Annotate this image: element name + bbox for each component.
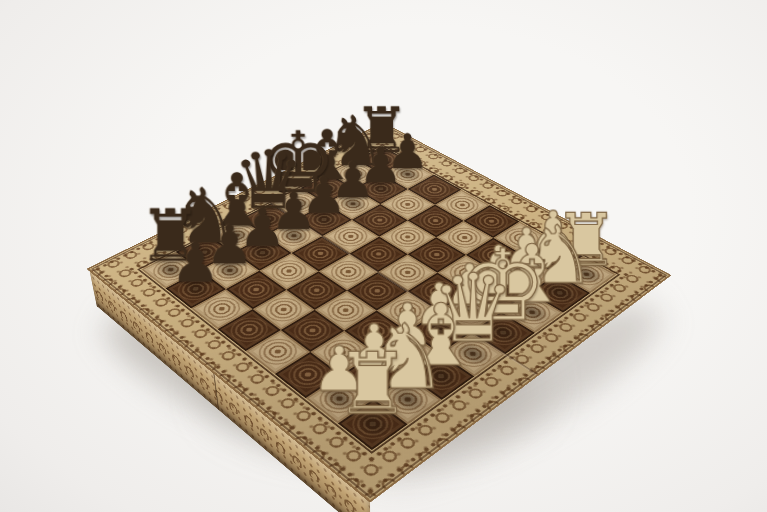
dark-pawn-a7[interactable]: ♟ (134, 237, 256, 289)
light-rook-a1[interactable]: ♜ (301, 343, 442, 424)
product-photo-background: ♜♞♝♚♛♝♞♜♟♟♟♟♟♟♟♟♟♟♟♟♟♟♟♟♜♞♝♚♛♝♞♜ (0, 0, 767, 512)
board-top: ♜♞♝♚♛♝♞♜♟♟♟♟♟♟♟♟♟♟♟♟♟♟♟♟♜♞♝♚♛♝♞♜ (89, 123, 669, 500)
board-scene: ♜♞♝♚♛♝♞♜♟♟♟♟♟♟♟♟♟♟♟♟♟♟♟♟♜♞♝♚♛♝♞♜ (0, 0, 767, 512)
chess-box: ♜♞♝♚♛♝♞♜♟♟♟♟♟♟♟♟♟♟♟♟♟♟♟♟♜♞♝♚♛♝♞♜ (89, 123, 669, 500)
